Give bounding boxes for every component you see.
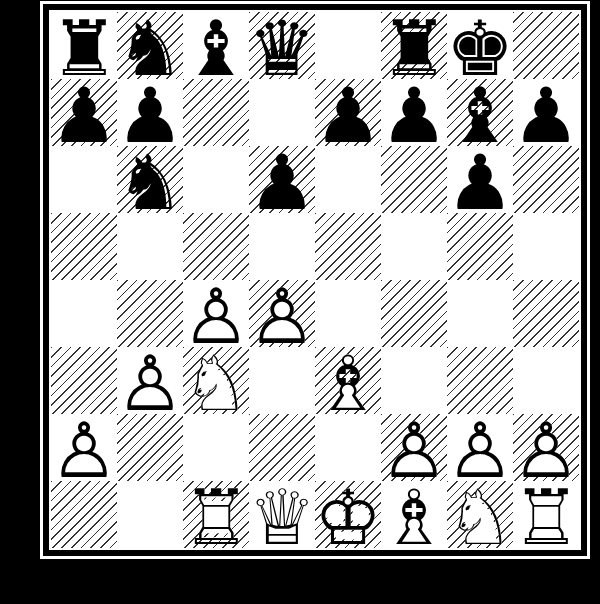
piece-black-pawn: ♟ — [249, 149, 315, 216]
piece-white-queen-fill: ♛ — [249, 484, 315, 551]
square-g6[interactable]: ♟ — [447, 146, 513, 213]
square-b1[interactable] — [117, 481, 183, 548]
piece-white-pawn-fill: ♟ — [117, 350, 183, 417]
square-d4[interactable]: ♟♙ — [249, 280, 315, 347]
square-e5[interactable] — [315, 213, 381, 280]
square-h5[interactable] — [513, 213, 579, 280]
piece-white-pawn-fill: ♟ — [381, 417, 447, 484]
square-d2[interactable] — [249, 414, 315, 481]
square-c5[interactable] — [183, 213, 249, 280]
square-h6[interactable] — [513, 146, 579, 213]
piece-white-bishop-fill: ♝ — [315, 350, 381, 417]
piece-white-pawn-fill: ♟ — [249, 283, 315, 350]
square-b3[interactable]: ♟♙ — [117, 347, 183, 414]
piece-white-pawn: ♙ — [513, 417, 579, 484]
square-c8[interactable]: ♝ — [183, 12, 249, 79]
piece-white-knight-fill: ♞ — [447, 484, 513, 551]
piece-white-knight: ♘ — [183, 350, 249, 417]
square-a8[interactable]: ♜ — [51, 12, 117, 79]
square-h4[interactable] — [513, 280, 579, 347]
piece-white-pawn-fill: ♟ — [513, 417, 579, 484]
piece-white-pawn: ♙ — [51, 417, 117, 484]
chess-board-border: ♜♞♝♛♜♚♟♟♟♟♝♟♞♟♟♟♙♟♙♟♙♞♘♝♗♟♙♟♙♟♙♟♙♜♖♛♕♚♔♝… — [43, 4, 587, 556]
piece-white-knight: ♘ — [447, 484, 513, 551]
square-c1[interactable]: ♜♖ — [183, 481, 249, 548]
piece-white-knight-fill: ♞ — [183, 350, 249, 417]
piece-white-rook-fill: ♜ — [183, 484, 249, 551]
square-d3[interactable] — [249, 347, 315, 414]
piece-white-pawn: ♙ — [381, 417, 447, 484]
square-a6[interactable] — [51, 146, 117, 213]
square-b7[interactable]: ♟ — [117, 79, 183, 146]
piece-black-pawn: ♟ — [117, 82, 183, 149]
piece-white-king: ♔ — [315, 484, 381, 551]
square-h7[interactable]: ♟ — [513, 79, 579, 146]
square-b4[interactable] — [117, 280, 183, 347]
square-e6[interactable] — [315, 146, 381, 213]
piece-black-pawn: ♟ — [447, 149, 513, 216]
piece-black-knight: ♞ — [117, 149, 183, 216]
square-f8[interactable]: ♜ — [381, 12, 447, 79]
piece-white-pawn: ♙ — [447, 417, 513, 484]
square-a3[interactable] — [51, 347, 117, 414]
square-e3[interactable]: ♝♗ — [315, 347, 381, 414]
square-f3[interactable] — [381, 347, 447, 414]
square-c4[interactable]: ♟♙ — [183, 280, 249, 347]
piece-white-pawn: ♙ — [183, 283, 249, 350]
square-e7[interactable]: ♟ — [315, 79, 381, 146]
piece-white-rook: ♖ — [513, 484, 579, 551]
square-e2[interactable] — [315, 414, 381, 481]
piece-white-pawn-fill: ♟ — [447, 417, 513, 484]
square-h3[interactable] — [513, 347, 579, 414]
square-b2[interactable] — [117, 414, 183, 481]
square-c2[interactable] — [183, 414, 249, 481]
piece-white-queen: ♕ — [249, 484, 315, 551]
piece-black-pawn: ♟ — [315, 82, 381, 149]
square-d5[interactable] — [249, 213, 315, 280]
piece-white-bishop-fill: ♝ — [381, 484, 447, 551]
square-g2[interactable]: ♟♙ — [447, 414, 513, 481]
piece-white-pawn-fill: ♟ — [183, 283, 249, 350]
square-h2[interactable]: ♟♙ — [513, 414, 579, 481]
piece-black-knight: ♞ — [117, 15, 183, 82]
square-c3[interactable]: ♞♘ — [183, 347, 249, 414]
piece-white-bishop: ♗ — [315, 350, 381, 417]
square-g8[interactable]: ♚ — [447, 12, 513, 79]
square-b6[interactable]: ♞ — [117, 146, 183, 213]
page-background: ♜♞♝♛♜♚♟♟♟♟♝♟♞♟♟♟♙♟♙♟♙♞♘♝♗♟♙♟♙♟♙♟♙♜♖♛♕♚♔♝… — [0, 0, 600, 604]
square-b5[interactable] — [117, 213, 183, 280]
square-d7[interactable] — [249, 79, 315, 146]
piece-white-king-fill: ♚ — [315, 484, 381, 551]
square-a1[interactable] — [51, 481, 117, 548]
piece-black-king: ♚ — [447, 15, 513, 82]
square-a5[interactable] — [51, 213, 117, 280]
square-e8[interactable] — [315, 12, 381, 79]
screenshot-root: { "game": "chess", "position": { "fen": … — [0, 0, 600, 604]
square-e4[interactable] — [315, 280, 381, 347]
square-f4[interactable] — [381, 280, 447, 347]
square-g1[interactable]: ♞♘ — [447, 481, 513, 548]
piece-white-bishop: ♗ — [381, 484, 447, 551]
square-a2[interactable]: ♟♙ — [51, 414, 117, 481]
square-f5[interactable] — [381, 213, 447, 280]
square-f7[interactable]: ♟ — [381, 79, 447, 146]
piece-white-pawn: ♙ — [249, 283, 315, 350]
square-g4[interactable] — [447, 280, 513, 347]
square-a7[interactable]: ♟ — [51, 79, 117, 146]
piece-black-pawn: ♟ — [51, 82, 117, 149]
piece-black-queen: ♛ — [249, 15, 315, 82]
square-g5[interactable] — [447, 213, 513, 280]
piece-black-pawn: ♟ — [513, 82, 579, 149]
chess-board-frame: ♜♞♝♛♜♚♟♟♟♟♝♟♞♟♟♟♙♟♙♟♙♞♘♝♗♟♙♟♙♟♙♟♙♜♖♛♕♚♔♝… — [40, 1, 590, 559]
piece-black-rook: ♜ — [51, 15, 117, 82]
square-d8[interactable]: ♛ — [249, 12, 315, 79]
square-b8[interactable]: ♞ — [117, 12, 183, 79]
square-c6[interactable] — [183, 146, 249, 213]
piece-white-pawn: ♙ — [117, 350, 183, 417]
chess-board: ♜♞♝♛♜♚♟♟♟♟♝♟♞♟♟♟♙♟♙♟♙♞♘♝♗♟♙♟♙♟♙♟♙♜♖♛♕♚♔♝… — [51, 12, 579, 548]
square-h8[interactable] — [513, 12, 579, 79]
square-d6[interactable]: ♟ — [249, 146, 315, 213]
piece-white-rook: ♖ — [183, 484, 249, 551]
square-f2[interactable]: ♟♙ — [381, 414, 447, 481]
square-c7[interactable] — [183, 79, 249, 146]
square-f6[interactable] — [381, 146, 447, 213]
piece-black-rook: ♜ — [381, 15, 447, 82]
piece-black-pawn: ♟ — [381, 82, 447, 149]
piece-white-rook-fill: ♜ — [513, 484, 579, 551]
square-a4[interactable] — [51, 280, 117, 347]
square-e1[interactable]: ♚♔ — [315, 481, 381, 548]
piece-white-pawn-fill: ♟ — [51, 417, 117, 484]
square-g7[interactable]: ♝ — [447, 79, 513, 146]
square-h1[interactable]: ♜♖ — [513, 481, 579, 548]
piece-black-bishop: ♝ — [183, 15, 249, 82]
square-d1[interactable]: ♛♕ — [249, 481, 315, 548]
square-g3[interactable] — [447, 347, 513, 414]
square-f1[interactable]: ♝♗ — [381, 481, 447, 548]
piece-black-bishop: ♝ — [447, 82, 513, 149]
